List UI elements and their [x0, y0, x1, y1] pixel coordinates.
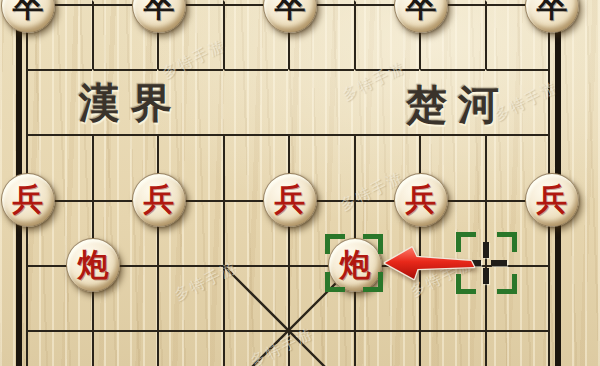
piece-glyph: 兵 — [13, 179, 44, 221]
grid-cell — [354, 330, 420, 366]
grid-cell — [485, 330, 551, 366]
grid-cell — [92, 330, 158, 366]
piece-glyph: 兵 — [144, 179, 175, 221]
xiangqi-board: 漢界 楚河 卒卒卒卒卒兵兵兵兵兵炮炮 多特手游多特手游多特手游多特手游多特手游多… — [0, 0, 600, 366]
piece-glyph: 卒 — [406, 0, 437, 27]
grid-cell — [288, 69, 354, 134]
piece-glyph: 炮 — [78, 244, 109, 286]
river-label-han-jie: 漢界 — [79, 82, 183, 124]
piece-glyph: 炮 — [340, 244, 371, 286]
piece-glyph: 卒 — [13, 0, 44, 27]
piece-red-soldier-file1[interactable]: 兵 — [1, 173, 55, 227]
grid-cell — [223, 330, 289, 366]
grid-cell — [157, 330, 223, 366]
crosshair-cursor-icon[interactable] — [465, 242, 507, 284]
piece-glyph: 卒 — [275, 0, 306, 27]
grid-cell — [26, 330, 92, 366]
piece-red-soldier-file9[interactable]: 兵 — [525, 173, 579, 227]
grid-cell — [288, 330, 354, 366]
piece-glyph: 卒 — [537, 0, 568, 27]
grid-cell — [157, 265, 223, 330]
piece-glyph: 兵 — [406, 179, 437, 221]
river-label-chu-he: 楚河 — [406, 84, 510, 126]
piece-red-cannon-file6[interactable]: 炮 — [328, 238, 382, 292]
piece-glyph: 兵 — [275, 179, 306, 221]
piece-red-cannon-file2[interactable]: 炮 — [66, 238, 120, 292]
piece-red-soldier-file3[interactable]: 兵 — [132, 173, 186, 227]
grid-cell — [223, 69, 289, 134]
piece-glyph: 卒 — [144, 0, 175, 27]
piece-glyph: 兵 — [537, 179, 568, 221]
piece-red-soldier-file5[interactable]: 兵 — [263, 173, 317, 227]
grid-cell — [419, 330, 485, 366]
piece-red-soldier-file7[interactable]: 兵 — [394, 173, 448, 227]
grid-cell — [223, 265, 289, 330]
